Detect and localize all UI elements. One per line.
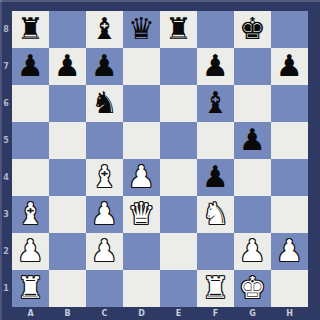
square-f2[interactable] bbox=[197, 233, 234, 270]
square-f6[interactable]: ♝ bbox=[197, 85, 234, 122]
piece-white-bishop: ♝ bbox=[91, 162, 118, 192]
piece-white-pawn: ♟ bbox=[91, 236, 118, 266]
piece-black-pawn: ♟ bbox=[202, 162, 229, 192]
piece-black-pawn: ♟ bbox=[17, 51, 44, 81]
square-e4[interactable] bbox=[160, 159, 197, 196]
piece-white-rook: ♜ bbox=[202, 273, 229, 303]
square-f4[interactable]: ♟ bbox=[197, 159, 234, 196]
square-b5[interactable] bbox=[49, 122, 86, 159]
rank-label-1: 1 bbox=[0, 270, 12, 307]
piece-black-pawn: ♟ bbox=[239, 125, 266, 155]
piece-black-pawn: ♟ bbox=[276, 51, 303, 81]
square-h2[interactable]: ♟ bbox=[271, 233, 308, 270]
piece-white-pawn: ♟ bbox=[239, 236, 266, 266]
file-label-c: C bbox=[86, 306, 123, 320]
piece-white-queen: ♛ bbox=[128, 199, 155, 229]
rank-label-6: 6 bbox=[0, 85, 12, 122]
piece-black-pawn: ♟ bbox=[91, 51, 118, 81]
piece-white-pawn: ♟ bbox=[91, 199, 118, 229]
chess-board-frame: ♜♝♛♜♚♟♟♟♟♟♞♝♟♝♟♟♝♟♛♞♟♟♟♟♜♜♚ 87654321 ABC… bbox=[0, 0, 320, 320]
rank-label-5: 5 bbox=[0, 122, 12, 159]
square-g7[interactable] bbox=[234, 48, 271, 85]
square-f3[interactable]: ♞ bbox=[197, 196, 234, 233]
piece-white-pawn: ♟ bbox=[128, 162, 155, 192]
square-a3[interactable]: ♝ bbox=[12, 196, 49, 233]
square-e1[interactable] bbox=[160, 270, 197, 307]
square-b6[interactable] bbox=[49, 85, 86, 122]
square-d1[interactable] bbox=[123, 270, 160, 307]
square-f1[interactable]: ♜ bbox=[197, 270, 234, 307]
piece-white-rook: ♜ bbox=[17, 273, 44, 303]
square-h8[interactable] bbox=[271, 11, 308, 48]
file-label-d: D bbox=[123, 306, 160, 320]
square-g5[interactable]: ♟ bbox=[234, 122, 271, 159]
piece-black-rook: ♜ bbox=[17, 14, 44, 44]
square-b7[interactable]: ♟ bbox=[49, 48, 86, 85]
square-h3[interactable] bbox=[271, 196, 308, 233]
file-label-g: G bbox=[234, 306, 271, 320]
square-c6[interactable]: ♞ bbox=[86, 85, 123, 122]
square-d5[interactable] bbox=[123, 122, 160, 159]
square-g1[interactable]: ♚ bbox=[234, 270, 271, 307]
piece-black-queen: ♛ bbox=[128, 14, 155, 44]
file-label-h: H bbox=[271, 306, 308, 320]
square-g4[interactable] bbox=[234, 159, 271, 196]
square-d2[interactable] bbox=[123, 233, 160, 270]
square-a7[interactable]: ♟ bbox=[12, 48, 49, 85]
piece-black-pawn: ♟ bbox=[54, 51, 81, 81]
file-label-f: F bbox=[197, 306, 234, 320]
piece-black-rook: ♜ bbox=[165, 14, 192, 44]
piece-white-knight: ♞ bbox=[202, 199, 229, 229]
square-e2[interactable] bbox=[160, 233, 197, 270]
piece-black-king: ♚ bbox=[239, 14, 266, 44]
square-e6[interactable] bbox=[160, 85, 197, 122]
square-c1[interactable] bbox=[86, 270, 123, 307]
square-c2[interactable]: ♟ bbox=[86, 233, 123, 270]
square-b2[interactable] bbox=[49, 233, 86, 270]
rank-label-4: 4 bbox=[0, 159, 12, 196]
square-a8[interactable]: ♜ bbox=[12, 11, 49, 48]
piece-white-pawn: ♟ bbox=[276, 236, 303, 266]
square-f8[interactable] bbox=[197, 11, 234, 48]
square-c7[interactable]: ♟ bbox=[86, 48, 123, 85]
square-a5[interactable] bbox=[12, 122, 49, 159]
square-h6[interactable] bbox=[271, 85, 308, 122]
square-h4[interactable] bbox=[271, 159, 308, 196]
square-h1[interactable] bbox=[271, 270, 308, 307]
square-e3[interactable] bbox=[160, 196, 197, 233]
square-g2[interactable]: ♟ bbox=[234, 233, 271, 270]
file-label-e: E bbox=[160, 306, 197, 320]
square-b4[interactable] bbox=[49, 159, 86, 196]
square-h5[interactable] bbox=[271, 122, 308, 159]
square-a1[interactable]: ♜ bbox=[12, 270, 49, 307]
piece-black-knight: ♞ bbox=[91, 88, 118, 118]
square-c3[interactable]: ♟ bbox=[86, 196, 123, 233]
file-label-b: B bbox=[49, 306, 86, 320]
file-label-a: A bbox=[12, 306, 49, 320]
piece-black-bishop: ♝ bbox=[91, 14, 118, 44]
square-b8[interactable] bbox=[49, 11, 86, 48]
square-g3[interactable] bbox=[234, 196, 271, 233]
square-d6[interactable] bbox=[123, 85, 160, 122]
piece-black-bishop: ♝ bbox=[202, 88, 229, 118]
chess-board: ♜♝♛♜♚♟♟♟♟♟♞♝♟♝♟♟♝♟♛♞♟♟♟♟♜♜♚ bbox=[12, 11, 308, 307]
piece-white-king: ♚ bbox=[239, 273, 266, 303]
square-a2[interactable]: ♟ bbox=[12, 233, 49, 270]
square-a4[interactable] bbox=[12, 159, 49, 196]
square-h7[interactable]: ♟ bbox=[271, 48, 308, 85]
square-e8[interactable]: ♜ bbox=[160, 11, 197, 48]
square-d3[interactable]: ♛ bbox=[123, 196, 160, 233]
rank-label-7: 7 bbox=[0, 48, 12, 85]
piece-white-bishop: ♝ bbox=[17, 199, 44, 229]
square-f5[interactable] bbox=[197, 122, 234, 159]
square-b3[interactable] bbox=[49, 196, 86, 233]
frame-bevel-top bbox=[0, 0, 320, 2]
square-c5[interactable] bbox=[86, 122, 123, 159]
square-b1[interactable] bbox=[49, 270, 86, 307]
rank-label-3: 3 bbox=[0, 196, 12, 233]
square-e5[interactable] bbox=[160, 122, 197, 159]
square-a6[interactable] bbox=[12, 85, 49, 122]
rank-label-2: 2 bbox=[0, 233, 12, 270]
square-c8[interactable]: ♝ bbox=[86, 11, 123, 48]
square-g8[interactable]: ♚ bbox=[234, 11, 271, 48]
square-d7[interactable] bbox=[123, 48, 160, 85]
square-d4[interactable]: ♟ bbox=[123, 159, 160, 196]
piece-black-pawn: ♟ bbox=[202, 51, 229, 81]
rank-label-8: 8 bbox=[0, 11, 12, 48]
square-d8[interactable]: ♛ bbox=[123, 11, 160, 48]
square-c4[interactable]: ♝ bbox=[86, 159, 123, 196]
square-f7[interactable]: ♟ bbox=[197, 48, 234, 85]
square-e7[interactable] bbox=[160, 48, 197, 85]
piece-white-pawn: ♟ bbox=[17, 236, 44, 266]
square-g6[interactable] bbox=[234, 85, 271, 122]
